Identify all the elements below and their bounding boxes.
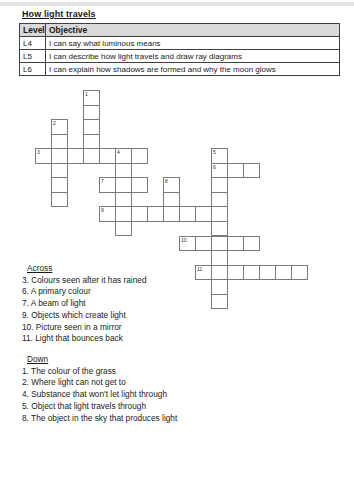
across-heading: Across — [22, 263, 147, 275]
clue-number: 6 — [213, 164, 216, 170]
crossword-cell[interactable] — [211, 236, 228, 252]
clue-number: 10 — [181, 237, 187, 243]
crossword-cell[interactable] — [115, 192, 132, 208]
crossword-cell[interactable]: 3 — [35, 148, 52, 164]
crossword-cell[interactable] — [51, 192, 68, 208]
crossword-cell[interactable]: 1 — [83, 90, 100, 106]
header-level-cell: Level — [20, 24, 46, 37]
crossword-cell[interactable] — [99, 148, 116, 164]
clue-down-5: 5. Object that light travels through — [22, 401, 177, 413]
clue-number: 7 — [101, 178, 104, 184]
clue-number: 9 — [101, 207, 104, 213]
crossword-cell[interactable] — [227, 236, 244, 252]
clue-down-2: 2. Where light can not get to — [22, 377, 177, 389]
crossword-cell[interactable] — [211, 192, 228, 208]
crossword-cell[interactable] — [67, 148, 84, 164]
crossword-cell[interactable] — [115, 163, 132, 179]
objective-cell: I can say what luminous means — [46, 37, 340, 50]
crossword-cell[interactable]: 6 — [211, 163, 228, 179]
down-clues: Down 1. The colour of the grass 2. Where… — [22, 354, 177, 424]
crossword-cell[interactable] — [195, 206, 212, 222]
table-row-l6: L6 I can explain how shadows are formed … — [20, 63, 340, 76]
clue-down-1: 1. The colour of the grass — [22, 366, 177, 378]
worksheet-page: How light travels Level Objective L4 I c… — [0, 0, 354, 500]
clue-number: 8 — [165, 178, 168, 184]
crossword-cell[interactable] — [211, 250, 228, 266]
crossword-cell[interactable] — [51, 163, 68, 179]
level-objective-table: Level Objective L4 I can say what lumino… — [19, 23, 340, 76]
crossword-cell[interactable]: 9 — [99, 206, 116, 222]
page-top-edge — [0, 2, 354, 6]
clue-number: 11 — [197, 266, 202, 272]
clue-across-7: 7. A beam of light — [22, 298, 147, 310]
clue-across-10: 10. Picture seen in a mirror — [22, 322, 147, 334]
crossword-cell[interactable] — [211, 265, 228, 281]
crossword-cell[interactable] — [195, 236, 212, 252]
crossword-cell[interactable] — [227, 163, 244, 179]
crossword-cell[interactable] — [291, 265, 308, 281]
level-cell: L6 — [20, 63, 46, 76]
crossword-cell[interactable] — [115, 221, 132, 237]
crossword-cell[interactable] — [259, 265, 276, 281]
crossword-cell[interactable] — [51, 134, 68, 150]
crossword-cell[interactable]: 4 — [115, 148, 132, 164]
crossword-cell[interactable] — [83, 105, 100, 121]
crossword-cell[interactable] — [227, 265, 244, 281]
crossword-cell[interactable] — [83, 119, 100, 135]
crossword-cell[interactable] — [131, 148, 148, 164]
crossword-cell[interactable] — [211, 177, 228, 193]
crossword-cell[interactable] — [131, 206, 148, 222]
clue-number: 4 — [117, 149, 120, 155]
crossword-cell[interactable] — [163, 192, 180, 208]
clue-number: 3 — [37, 149, 40, 155]
clue-across-9: 9. Objects which create light — [22, 310, 147, 322]
clue-down-4: 4. Substance that won't let light throug… — [22, 389, 177, 401]
crossword-cell[interactable] — [163, 206, 180, 222]
crossword-cell[interactable]: 10 — [179, 236, 196, 252]
crossword-cell[interactable]: 7 — [99, 177, 116, 193]
crossword-cell[interactable] — [211, 294, 228, 310]
header-objective-cell: Objective — [46, 24, 340, 37]
table-header-row: Level Objective — [20, 24, 340, 37]
crossword-cell[interactable] — [51, 177, 68, 193]
page-title: How light travels — [22, 9, 96, 19]
crossword-cell[interactable] — [131, 177, 148, 193]
clue-number: 2 — [53, 120, 56, 126]
crossword-cell[interactable] — [179, 206, 196, 222]
objective-cell: I can explain how shadows are formed and… — [46, 63, 340, 76]
clue-across-3: 3. Colours seen after it has rained — [22, 275, 147, 287]
crossword-cell[interactable] — [51, 148, 68, 164]
crossword-cell[interactable] — [211, 221, 228, 237]
level-cell: L5 — [20, 50, 46, 63]
down-heading: Down — [22, 354, 177, 366]
clue-number: 1 — [85, 91, 88, 97]
crossword-cell[interactable] — [83, 148, 100, 164]
crossword-cell[interactable] — [211, 279, 228, 295]
crossword-cell[interactable] — [243, 236, 260, 252]
table-row-l4: L4 I can say what luminous means — [20, 37, 340, 50]
across-clues: Across 3. Colours seen after it has rain… — [22, 263, 147, 345]
crossword-cell[interactable] — [115, 206, 132, 222]
crossword-cell[interactable]: 5 — [211, 148, 228, 164]
clue-across-6: 6. A primary colour — [22, 286, 147, 298]
clue-across-11: 11. Light that bounces back — [22, 333, 147, 345]
crossword-cell[interactable] — [243, 163, 260, 179]
crossword-cell[interactable] — [147, 206, 164, 222]
clue-number: 5 — [213, 149, 216, 155]
crossword-cell[interactable] — [275, 265, 292, 281]
crossword-cell[interactable]: 11 — [195, 265, 212, 281]
crossword-cell[interactable] — [211, 206, 228, 222]
crossword-cell[interactable] — [115, 177, 132, 193]
crossword-cell[interactable] — [83, 134, 100, 150]
crossword-cell[interactable]: 8 — [163, 177, 180, 193]
table-row-l5: L5 I can describe how light travels and … — [20, 50, 340, 63]
objective-cell: I can describe how light travels and dra… — [46, 50, 340, 63]
clue-down-8: 8. The object in the sky that produces l… — [22, 413, 177, 425]
crossword-cell[interactable] — [243, 265, 260, 281]
level-cell: L4 — [20, 37, 46, 50]
crossword-cell[interactable]: 2 — [51, 119, 68, 135]
